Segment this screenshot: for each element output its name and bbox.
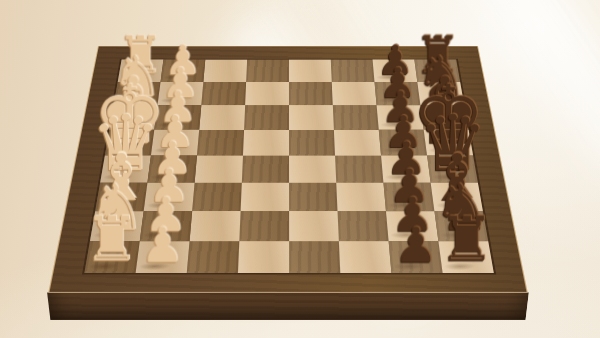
- square-a5[interactable]: [289, 241, 340, 273]
- piece-shadow: [79, 261, 127, 271]
- square-f5[interactable]: [289, 105, 334, 130]
- square-b6[interactable]: [338, 211, 389, 241]
- square-h5[interactable]: [289, 60, 332, 82]
- square-f6[interactable]: [333, 105, 379, 130]
- board-frame: ♜♟♟♜♞♟♟♞♝♟♟♝♚♟♟♚♛♟♟♛♝♟♟♝♞♟♟♞♜♟♟♜: [48, 46, 528, 293]
- square-h3[interactable]: [203, 60, 247, 82]
- piece-white-rook[interactable]: ♜: [84, 209, 139, 271]
- square-d3[interactable]: [195, 156, 243, 183]
- square-e6[interactable]: [334, 130, 381, 156]
- square-f4[interactable]: [244, 105, 289, 130]
- board-front-edge: [47, 293, 529, 320]
- square-a8[interactable]: ♜: [438, 241, 493, 273]
- piece-black-pawn[interactable]: ♟: [394, 221, 438, 270]
- scene: ♜♟♟♜♞♟♟♞♝♟♟♝♚♟♟♚♛♟♟♛♝♟♟♝♞♟♟♞♜♟♟♜: [0, 0, 600, 338]
- square-g5[interactable]: [289, 82, 333, 105]
- square-h6[interactable]: [331, 60, 375, 82]
- piece-shadow: [437, 261, 482, 271]
- square-a4[interactable]: [238, 241, 289, 273]
- square-d5[interactable]: [289, 156, 336, 183]
- square-d6[interactable]: [335, 156, 383, 183]
- square-e3[interactable]: [197, 130, 244, 156]
- square-h4[interactable]: [246, 60, 289, 82]
- square-a2[interactable]: ♟: [136, 241, 190, 273]
- square-c3[interactable]: [192, 183, 242, 212]
- square-c5[interactable]: [289, 183, 337, 212]
- square-c6[interactable]: [336, 183, 386, 212]
- square-a3[interactable]: [187, 241, 240, 273]
- square-a7[interactable]: ♟: [389, 241, 443, 273]
- square-e5[interactable]: [289, 130, 335, 156]
- square-g3[interactable]: [201, 82, 246, 105]
- piece-black-rook[interactable]: ♜: [439, 209, 494, 271]
- square-g4[interactable]: [245, 82, 289, 105]
- square-g6[interactable]: [332, 82, 377, 105]
- square-b4[interactable]: [239, 211, 289, 241]
- board-grid: ♜♟♟♜♞♟♟♞♝♟♟♝♚♟♟♚♛♟♟♛♝♟♟♝♞♟♟♞♜♟♟♜: [84, 60, 493, 273]
- square-a6[interactable]: [339, 241, 392, 273]
- piece-white-pawn[interactable]: ♟: [141, 221, 185, 270]
- square-e4[interactable]: [243, 130, 289, 156]
- square-b3[interactable]: [190, 211, 241, 241]
- square-a1[interactable]: ♜: [84, 241, 139, 273]
- square-b5[interactable]: [289, 211, 339, 241]
- square-c4[interactable]: [241, 183, 289, 212]
- chess-board-3d: ♜♟♟♜♞♟♟♞♝♟♟♝♚♟♟♚♛♟♟♛♝♟♟♝♞♟♟♞♜♟♟♜: [48, 46, 528, 293]
- square-d4[interactable]: [242, 156, 289, 183]
- square-f3[interactable]: [199, 105, 245, 130]
